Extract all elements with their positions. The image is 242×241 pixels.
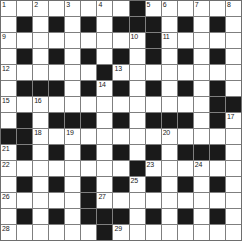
black-cell-r8c2 bbox=[17, 113, 32, 128]
white-cell-r1c8[interactable] bbox=[113, 1, 128, 16]
white-cell-r1c5[interactable]: 3 bbox=[65, 1, 80, 16]
white-cell-r3c9[interactable]: 10 bbox=[130, 33, 145, 48]
white-cell-r5c10[interactable] bbox=[146, 65, 161, 80]
black-cell-r9c1 bbox=[1, 129, 16, 144]
black-cell-r8c11 bbox=[162, 113, 177, 128]
white-cell-r2c5[interactable] bbox=[65, 17, 80, 32]
black-cell-r4c8 bbox=[113, 49, 128, 64]
black-cell-r2c2 bbox=[17, 17, 32, 32]
white-cell-r14c9[interactable] bbox=[130, 209, 145, 224]
white-cell-r1c14[interactable] bbox=[210, 1, 225, 16]
white-cell-r10c5[interactable] bbox=[65, 145, 80, 160]
white-cell-r8c15[interactable]: 17 bbox=[226, 113, 241, 128]
white-cell-r13c1[interactable]: 26 bbox=[1, 193, 16, 208]
white-cell-r4c5[interactable] bbox=[65, 49, 80, 64]
black-cell-r1c9 bbox=[130, 1, 145, 16]
white-cell-r3c11[interactable]: 11 bbox=[162, 33, 177, 48]
white-cell-r1c6[interactable] bbox=[81, 1, 96, 16]
white-cell-r12c15[interactable] bbox=[226, 177, 241, 192]
black-cell-r10c10 bbox=[146, 145, 161, 160]
white-cell-r7c11[interactable] bbox=[162, 97, 177, 112]
white-cell-r6c13[interactable] bbox=[194, 81, 209, 96]
black-cell-r2c12 bbox=[178, 17, 193, 32]
white-cell-r14c5[interactable] bbox=[65, 209, 80, 224]
clue-number-3: 3 bbox=[66, 1, 70, 9]
white-cell-r7c3[interactable]: 16 bbox=[33, 97, 48, 112]
black-cell-r6c3 bbox=[33, 81, 48, 96]
black-cell-r10c4 bbox=[49, 145, 64, 160]
white-cell-r13c11[interactable] bbox=[162, 193, 177, 208]
white-cell-r14c11[interactable] bbox=[162, 209, 177, 224]
clue-number-5: 5 bbox=[147, 1, 151, 9]
white-cell-r3c2[interactable] bbox=[17, 33, 32, 48]
black-cell-r12c12 bbox=[178, 177, 193, 192]
clue-number-22: 22 bbox=[2, 161, 9, 169]
white-cell-r7c9[interactable] bbox=[130, 97, 145, 112]
white-cell-r5c2[interactable] bbox=[17, 65, 32, 80]
white-cell-r4c7[interactable] bbox=[97, 49, 112, 64]
crossword-puzzle: 1234567891011121314151617181920212223242… bbox=[0, 0, 242, 241]
white-cell-r9c10[interactable] bbox=[146, 129, 161, 144]
white-cell-r1c11[interactable]: 6 bbox=[162, 1, 177, 16]
black-cell-r5c7 bbox=[97, 65, 112, 80]
white-cell-r11c10[interactable]: 23 bbox=[146, 161, 161, 176]
white-cell-r10c3[interactable] bbox=[33, 145, 48, 160]
white-cell-r15c3[interactable] bbox=[33, 225, 48, 240]
white-cell-r9c4[interactable] bbox=[49, 129, 64, 144]
white-cell-r13c7[interactable]: 27 bbox=[97, 193, 112, 208]
white-cell-r5c4[interactable] bbox=[49, 65, 64, 80]
white-cell-r11c3[interactable] bbox=[33, 161, 48, 176]
white-cell-r13c9[interactable] bbox=[130, 193, 145, 208]
black-cell-r12c4 bbox=[49, 177, 64, 192]
black-cell-r4c14 bbox=[210, 49, 225, 64]
white-cell-r5c8[interactable]: 13 bbox=[113, 65, 128, 80]
black-cell-r14c4 bbox=[49, 209, 64, 224]
white-cell-r15c2[interactable] bbox=[17, 225, 32, 240]
black-cell-r14c6 bbox=[81, 209, 96, 224]
white-cell-r3c6[interactable] bbox=[81, 33, 96, 48]
white-cell-r7c8[interactable] bbox=[113, 97, 128, 112]
white-cell-r13c13[interactable] bbox=[194, 193, 209, 208]
white-cell-r9c9[interactable] bbox=[130, 129, 145, 144]
white-cell-r15c6[interactable] bbox=[81, 225, 96, 240]
white-cell-r6c15[interactable] bbox=[226, 81, 241, 96]
black-cell-r10c2 bbox=[17, 145, 32, 160]
white-cell-r8c3[interactable] bbox=[33, 113, 48, 128]
white-cell-r11c12[interactable] bbox=[178, 161, 193, 176]
white-cell-r11c13[interactable]: 24 bbox=[194, 161, 209, 176]
white-cell-r14c13[interactable] bbox=[194, 209, 209, 224]
black-cell-r4c2 bbox=[17, 49, 32, 64]
clue-number-18: 18 bbox=[34, 129, 41, 137]
black-cell-r6c10 bbox=[146, 81, 161, 96]
white-cell-r11c5[interactable] bbox=[65, 161, 80, 176]
white-cell-r15c12[interactable] bbox=[178, 225, 193, 240]
white-cell-r14c3[interactable] bbox=[33, 209, 48, 224]
white-cell-r13c15[interactable] bbox=[226, 193, 241, 208]
white-cell-r12c5[interactable] bbox=[65, 177, 80, 192]
white-cell-r13c10[interactable] bbox=[146, 193, 161, 208]
black-cell-r10c12 bbox=[178, 145, 193, 160]
white-cell-r9c6[interactable] bbox=[81, 129, 96, 144]
clue-number-13: 13 bbox=[114, 65, 121, 73]
black-cell-r2c4 bbox=[49, 17, 64, 32]
white-cell-r2c1[interactable] bbox=[1, 17, 16, 32]
white-cell-r7c7[interactable] bbox=[97, 97, 112, 112]
white-cell-r3c1[interactable]: 9 bbox=[1, 33, 16, 48]
clue-number-4: 4 bbox=[98, 1, 102, 9]
clue-number-28: 28 bbox=[2, 225, 9, 233]
white-cell-r7c4[interactable] bbox=[49, 97, 64, 112]
black-cell-r8c12 bbox=[178, 113, 193, 128]
white-cell-r1c15[interactable]: 8 bbox=[226, 1, 241, 16]
white-cell-r2c11[interactable] bbox=[162, 17, 177, 32]
clue-number-16: 16 bbox=[34, 97, 41, 105]
white-cell-r2c3[interactable] bbox=[33, 17, 48, 32]
black-cell-r14c2 bbox=[17, 209, 32, 224]
white-cell-r4c9[interactable] bbox=[130, 49, 145, 64]
white-cell-r8c13[interactable] bbox=[194, 113, 209, 128]
white-cell-r11c14[interactable] bbox=[210, 161, 225, 176]
black-cell-r12c14 bbox=[210, 177, 225, 192]
white-cell-r3c4[interactable] bbox=[49, 33, 64, 48]
white-cell-r1c10[interactable]: 5 bbox=[146, 1, 161, 16]
black-cell-r2c10 bbox=[146, 17, 161, 32]
white-cell-r2c15[interactable] bbox=[226, 17, 241, 32]
black-cell-r7c14 bbox=[210, 97, 225, 112]
white-cell-r9c11[interactable]: 20 bbox=[162, 129, 177, 144]
white-cell-r3c3[interactable] bbox=[33, 33, 48, 48]
black-cell-r9c2 bbox=[17, 129, 32, 144]
white-cell-r9c7[interactable] bbox=[97, 129, 112, 144]
white-cell-r6c7[interactable]: 14 bbox=[97, 81, 112, 96]
white-cell-r13c8[interactable] bbox=[113, 193, 128, 208]
white-cell-r10c11[interactable] bbox=[162, 145, 177, 160]
white-cell-r5c13[interactable] bbox=[194, 65, 209, 80]
white-cell-r12c13[interactable] bbox=[194, 177, 209, 192]
white-cell-r3c14[interactable] bbox=[210, 33, 225, 48]
black-cell-r13c6 bbox=[81, 193, 96, 208]
white-cell-r11c7[interactable] bbox=[97, 161, 112, 176]
white-cell-r3c8[interactable] bbox=[113, 33, 128, 48]
white-cell-r4c3[interactable] bbox=[33, 49, 48, 64]
white-cell-r1c2[interactable] bbox=[17, 1, 32, 16]
white-cell-r14c1[interactable] bbox=[1, 209, 16, 224]
white-cell-r8c7[interactable] bbox=[97, 113, 112, 128]
black-cell-r2c6 bbox=[81, 17, 96, 32]
white-cell-r1c13[interactable]: 7 bbox=[194, 1, 209, 16]
black-cell-r2c14 bbox=[210, 17, 225, 32]
white-cell-r15c8[interactable]: 29 bbox=[113, 225, 128, 240]
white-cell-r11c2[interactable] bbox=[17, 161, 32, 176]
black-cell-r14c10 bbox=[146, 209, 161, 224]
black-cell-r8c8 bbox=[113, 113, 128, 128]
white-cell-r2c13[interactable] bbox=[194, 17, 209, 32]
white-cell-r11c4[interactable] bbox=[49, 161, 64, 176]
white-cell-r1c1[interactable]: 1 bbox=[1, 1, 16, 16]
black-cell-r14c12 bbox=[178, 209, 193, 224]
white-cell-r12c1[interactable] bbox=[1, 177, 16, 192]
white-cell-r7c5[interactable] bbox=[65, 97, 80, 112]
white-cell-r7c2[interactable] bbox=[17, 97, 32, 112]
white-cell-r13c2[interactable] bbox=[17, 193, 32, 208]
white-cell-r1c12[interactable] bbox=[178, 1, 193, 16]
clue-number-20: 20 bbox=[163, 129, 170, 137]
black-cell-r14c14 bbox=[210, 209, 225, 224]
white-cell-r11c15[interactable] bbox=[226, 161, 241, 176]
white-cell-r1c3[interactable]: 2 bbox=[33, 1, 48, 16]
black-cell-r4c4 bbox=[49, 49, 64, 64]
black-cell-r6c4 bbox=[49, 81, 64, 96]
white-cell-r9c12[interactable] bbox=[178, 129, 193, 144]
clue-number-21: 21 bbox=[2, 145, 9, 153]
white-cell-r8c9[interactable] bbox=[130, 113, 145, 128]
white-cell-r2c7[interactable] bbox=[97, 17, 112, 32]
black-cell-r12c10 bbox=[146, 177, 161, 192]
white-cell-r13c4[interactable] bbox=[49, 193, 64, 208]
white-cell-r6c1[interactable] bbox=[1, 81, 16, 96]
white-cell-r9c13[interactable] bbox=[194, 129, 209, 144]
white-cell-r15c15[interactable] bbox=[226, 225, 241, 240]
clue-number-17: 17 bbox=[227, 113, 234, 121]
black-cell-r11c9 bbox=[130, 161, 145, 176]
white-cell-r6c9[interactable] bbox=[130, 81, 145, 96]
clue-number-9: 9 bbox=[2, 33, 6, 41]
white-cell-r4c1[interactable] bbox=[1, 49, 16, 64]
black-cell-r8c14 bbox=[210, 113, 225, 128]
white-cell-r12c7[interactable] bbox=[97, 177, 112, 192]
black-cell-r12c6 bbox=[81, 177, 96, 192]
white-cell-r13c5[interactable] bbox=[65, 193, 80, 208]
white-cell-r9c3[interactable]: 18 bbox=[33, 129, 48, 144]
black-cell-r4c6 bbox=[81, 49, 96, 64]
black-cell-r6c6 bbox=[81, 81, 96, 96]
white-cell-r10c7[interactable] bbox=[97, 145, 112, 160]
white-cell-r5c11[interactable] bbox=[162, 65, 177, 80]
black-cell-r8c6 bbox=[81, 113, 96, 128]
white-cell-r15c4[interactable] bbox=[49, 225, 64, 240]
white-cell-r13c12[interactable] bbox=[178, 193, 193, 208]
black-cell-r10c13 bbox=[194, 145, 209, 160]
black-cell-r14c7 bbox=[97, 209, 112, 224]
white-cell-r11c11[interactable] bbox=[162, 161, 177, 176]
black-cell-r4c10 bbox=[146, 49, 161, 64]
white-cell-r3c7[interactable] bbox=[97, 33, 112, 48]
black-cell-r2c8 bbox=[113, 17, 128, 32]
black-cell-r7c15 bbox=[226, 97, 241, 112]
white-cell-r4c15[interactable] bbox=[226, 49, 241, 64]
white-cell-r1c4[interactable] bbox=[49, 1, 64, 16]
white-cell-r10c15[interactable] bbox=[226, 145, 241, 160]
white-cell-r14c15[interactable] bbox=[226, 209, 241, 224]
black-cell-r8c5 bbox=[65, 113, 80, 128]
black-cell-r6c8 bbox=[113, 81, 128, 96]
white-cell-r9c5[interactable]: 19 bbox=[65, 129, 80, 144]
white-cell-r12c11[interactable] bbox=[162, 177, 177, 192]
clue-number-14: 14 bbox=[98, 81, 105, 89]
white-cell-r11c6[interactable] bbox=[81, 161, 96, 176]
white-cell-r3c13[interactable] bbox=[194, 33, 209, 48]
white-cell-r3c5[interactable] bbox=[65, 33, 80, 48]
black-cell-r12c2 bbox=[17, 177, 32, 192]
crossword-grid: 1234567891011121314151617181920212223242… bbox=[0, 0, 242, 241]
white-cell-r8c1[interactable] bbox=[1, 113, 16, 128]
white-cell-r9c14[interactable] bbox=[210, 129, 225, 144]
white-cell-r10c1[interactable]: 21 bbox=[1, 145, 16, 160]
white-cell-r11c1[interactable]: 22 bbox=[1, 161, 16, 176]
white-cell-r6c11[interactable] bbox=[162, 81, 177, 96]
white-cell-r9c15[interactable] bbox=[226, 129, 241, 144]
white-cell-r5c9[interactable] bbox=[130, 65, 145, 80]
white-cell-r15c5[interactable] bbox=[65, 225, 80, 240]
clue-number-29: 29 bbox=[114, 225, 121, 233]
black-cell-r3c10 bbox=[146, 33, 161, 48]
white-cell-r5c14[interactable] bbox=[210, 65, 225, 80]
clue-number-7: 7 bbox=[195, 1, 199, 9]
white-cell-r11c8[interactable] bbox=[113, 161, 128, 176]
white-cell-r5c5[interactable] bbox=[65, 65, 80, 80]
white-cell-r15c10[interactable] bbox=[146, 225, 161, 240]
white-cell-r15c11[interactable] bbox=[162, 225, 177, 240]
white-cell-r4c13[interactable] bbox=[194, 49, 209, 64]
white-cell-r7c6[interactable] bbox=[81, 97, 96, 112]
white-cell-r5c6[interactable] bbox=[81, 65, 96, 80]
white-cell-r5c12[interactable] bbox=[178, 65, 193, 80]
black-cell-r2c9 bbox=[130, 17, 145, 32]
clue-number-12: 12 bbox=[2, 65, 9, 73]
black-cell-r15c7 bbox=[97, 225, 112, 240]
black-cell-r10c6 bbox=[81, 145, 96, 160]
black-cell-r14c8 bbox=[113, 209, 128, 224]
clue-number-25: 25 bbox=[131, 177, 138, 185]
white-cell-r15c13[interactable] bbox=[194, 225, 209, 240]
white-cell-r5c1[interactable]: 12 bbox=[1, 65, 16, 80]
white-cell-r7c13[interactable] bbox=[194, 97, 209, 112]
black-cell-r6c14 bbox=[210, 81, 225, 96]
clue-number-26: 26 bbox=[2, 193, 9, 201]
black-cell-r10c14 bbox=[210, 145, 225, 160]
white-cell-r3c12[interactable] bbox=[178, 33, 193, 48]
white-cell-r15c9[interactable] bbox=[130, 225, 145, 240]
white-cell-r13c3[interactable] bbox=[33, 193, 48, 208]
white-cell-r6c5[interactable] bbox=[65, 81, 80, 96]
white-cell-r7c1[interactable]: 15 bbox=[1, 97, 16, 112]
black-cell-r6c12 bbox=[178, 81, 193, 96]
clue-number-2: 2 bbox=[34, 1, 38, 9]
white-cell-r7c12[interactable] bbox=[178, 97, 193, 112]
black-cell-r6c2 bbox=[17, 81, 32, 96]
white-cell-r10c9[interactable] bbox=[130, 145, 145, 160]
clue-number-10: 10 bbox=[131, 33, 138, 41]
clue-number-6: 6 bbox=[163, 1, 167, 9]
clue-number-23: 23 bbox=[147, 161, 154, 169]
clue-number-11: 11 bbox=[163, 33, 170, 41]
clue-number-1: 1 bbox=[2, 1, 6, 9]
white-cell-r1c7[interactable]: 4 bbox=[97, 1, 112, 16]
white-cell-r4c11[interactable] bbox=[162, 49, 177, 64]
white-cell-r15c1[interactable]: 28 bbox=[1, 225, 16, 240]
white-cell-r13c14[interactable] bbox=[210, 193, 225, 208]
white-cell-r5c15[interactable] bbox=[226, 65, 241, 80]
clue-number-24: 24 bbox=[195, 161, 202, 169]
white-cell-r12c9[interactable]: 25 bbox=[130, 177, 145, 192]
white-cell-r7c10[interactable] bbox=[146, 97, 161, 112]
white-cell-r15c14[interactable] bbox=[210, 225, 225, 240]
black-cell-r8c10 bbox=[146, 113, 161, 128]
black-cell-r10c8 bbox=[113, 145, 128, 160]
white-cell-r3c15[interactable] bbox=[226, 33, 241, 48]
clue-number-27: 27 bbox=[98, 193, 105, 201]
clue-number-15: 15 bbox=[2, 97, 9, 105]
white-cell-r5c3[interactable] bbox=[33, 65, 48, 80]
white-cell-r12c3[interactable] bbox=[33, 177, 48, 192]
black-cell-r12c8 bbox=[113, 177, 128, 192]
black-cell-r8c4 bbox=[49, 113, 64, 128]
clue-number-19: 19 bbox=[66, 129, 73, 137]
clue-number-8: 8 bbox=[227, 1, 231, 9]
black-cell-r4c12 bbox=[178, 49, 193, 64]
white-cell-r9c8[interactable] bbox=[113, 129, 128, 144]
